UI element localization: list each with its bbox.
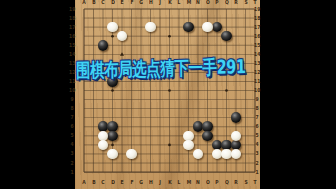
white-stone-O17 bbox=[202, 22, 213, 33]
black-stone-M17 bbox=[183, 22, 194, 33]
black-stone-C15 bbox=[98, 40, 109, 51]
white-stone-H17 bbox=[145, 22, 156, 33]
go-board: AABBCCDDEEFFGGHHJJKKLLMMNNOOPPQQRRSSTT19… bbox=[75, 0, 260, 189]
white-stone-D17 bbox=[107, 22, 118, 33]
white-stone-F3 bbox=[126, 149, 137, 160]
video-caption: 围棋布局选点猜下一手291 bbox=[76, 54, 246, 84]
black-stone-D5 bbox=[107, 131, 118, 142]
black-stone-O5 bbox=[202, 131, 213, 142]
white-stone-D3 bbox=[107, 149, 118, 160]
white-stone-M4 bbox=[183, 140, 194, 151]
video-frame: AABBCCDDEEFFGGHHJJKKLLMMNNOOPPQQRRSSTT19… bbox=[0, 0, 336, 189]
board-grid bbox=[75, 0, 260, 189]
